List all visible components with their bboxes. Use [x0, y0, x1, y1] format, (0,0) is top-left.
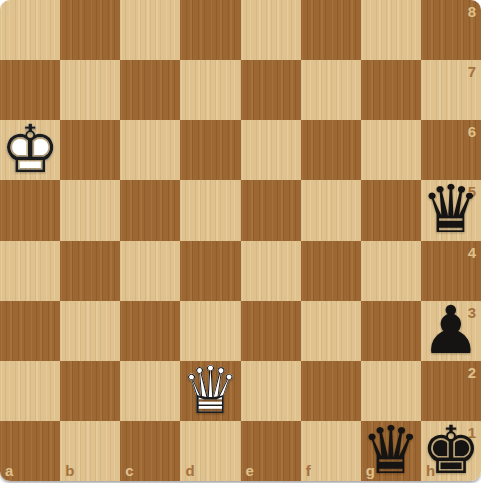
- queen-outline-glyph: ♕: [181, 358, 240, 424]
- chess-board: 87♚♔65♛43♟♛♕2abcdefg♛1h♚: [0, 0, 481, 481]
- square-f6[interactable]: [301, 120, 361, 180]
- square-h5[interactable]: 5♛: [421, 180, 481, 240]
- file-label-d: d: [185, 463, 194, 478]
- square-e3[interactable]: [241, 301, 301, 361]
- square-b3[interactable]: [60, 301, 120, 361]
- square-b4[interactable]: [60, 241, 120, 301]
- file-label-f: f: [306, 463, 311, 478]
- square-g8[interactable]: [361, 0, 421, 60]
- square-b1[interactable]: b: [60, 421, 120, 481]
- square-f1[interactable]: f: [301, 421, 361, 481]
- queen-glyph: ♛: [361, 418, 420, 481]
- file-label-b: b: [65, 463, 74, 478]
- square-a5[interactable]: [0, 180, 60, 240]
- rank-label-8: 8: [468, 4, 476, 19]
- rank-label-6: 6: [468, 124, 476, 139]
- square-d8[interactable]: [180, 0, 240, 60]
- square-g5[interactable]: [361, 180, 421, 240]
- square-f2[interactable]: [301, 361, 361, 421]
- square-g3[interactable]: [361, 301, 421, 361]
- rank-label-4: 4: [468, 245, 476, 260]
- white-queen[interactable]: ♛♕: [180, 361, 240, 421]
- square-c8[interactable]: [120, 0, 180, 60]
- square-d6[interactable]: [180, 120, 240, 180]
- file-label-a: a: [5, 463, 13, 478]
- black-queen[interactable]: ♛: [421, 180, 481, 240]
- square-a6[interactable]: ♚♔: [0, 120, 60, 180]
- square-e8[interactable]: [241, 0, 301, 60]
- square-c1[interactable]: c: [120, 421, 180, 481]
- square-e5[interactable]: [241, 180, 301, 240]
- square-e4[interactable]: [241, 241, 301, 301]
- square-b8[interactable]: [60, 0, 120, 60]
- square-b2[interactable]: [60, 361, 120, 421]
- rank-label-2: 2: [468, 365, 476, 380]
- square-d1[interactable]: d: [180, 421, 240, 481]
- square-d5[interactable]: [180, 180, 240, 240]
- square-e2[interactable]: [241, 361, 301, 421]
- square-a8[interactable]: [0, 0, 60, 60]
- square-c6[interactable]: [120, 120, 180, 180]
- square-f3[interactable]: [301, 301, 361, 361]
- file-label-e: e: [246, 463, 254, 478]
- square-c4[interactable]: [120, 241, 180, 301]
- square-b5[interactable]: [60, 180, 120, 240]
- square-b7[interactable]: [60, 60, 120, 120]
- square-c3[interactable]: [120, 301, 180, 361]
- square-f4[interactable]: [301, 241, 361, 301]
- king-glyph: ♚: [421, 418, 480, 481]
- square-e1[interactable]: e: [241, 421, 301, 481]
- square-d2[interactable]: ♛♕: [180, 361, 240, 421]
- pawn-glyph: ♟: [421, 298, 480, 364]
- square-h8[interactable]: 8: [421, 0, 481, 60]
- square-h3[interactable]: 3♟: [421, 301, 481, 361]
- king-outline-glyph: ♔: [0, 117, 59, 183]
- square-d7[interactable]: [180, 60, 240, 120]
- square-d4[interactable]: [180, 241, 240, 301]
- square-f7[interactable]: [301, 60, 361, 120]
- black-queen[interactable]: ♛: [361, 421, 421, 481]
- square-g4[interactable]: [361, 241, 421, 301]
- square-g6[interactable]: [361, 120, 421, 180]
- file-label-c: c: [125, 463, 133, 478]
- queen-glyph: ♛: [421, 177, 480, 243]
- square-a1[interactable]: a: [0, 421, 60, 481]
- square-f8[interactable]: [301, 0, 361, 60]
- square-c7[interactable]: [120, 60, 180, 120]
- square-e7[interactable]: [241, 60, 301, 120]
- square-a2[interactable]: [0, 361, 60, 421]
- black-king[interactable]: ♚: [421, 421, 481, 481]
- square-a4[interactable]: [0, 241, 60, 301]
- square-f5[interactable]: [301, 180, 361, 240]
- square-g7[interactable]: [361, 60, 421, 120]
- square-h7[interactable]: 7: [421, 60, 481, 120]
- white-king[interactable]: ♚♔: [0, 120, 60, 180]
- square-c5[interactable]: [120, 180, 180, 240]
- square-c2[interactable]: [120, 361, 180, 421]
- square-g1[interactable]: g♛: [361, 421, 421, 481]
- square-h1[interactable]: 1h♚: [421, 421, 481, 481]
- square-a3[interactable]: [0, 301, 60, 361]
- black-pawn[interactable]: ♟: [421, 301, 481, 361]
- rank-label-7: 7: [468, 64, 476, 79]
- square-b6[interactable]: [60, 120, 120, 180]
- square-e6[interactable]: [241, 120, 301, 180]
